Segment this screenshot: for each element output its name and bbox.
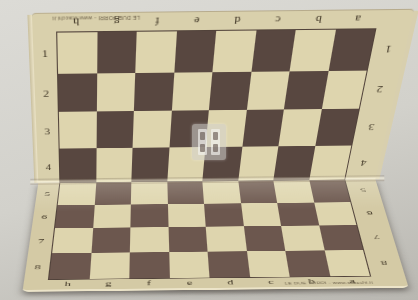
square-f1[interactable] [135,31,176,72]
square-g7[interactable] [91,227,130,252]
square-b7[interactable] [281,225,324,250]
square-d8[interactable] [208,251,250,278]
rank-label-8: 8 [380,259,388,266]
square-g6[interactable] [93,204,131,228]
square-c6[interactable] [241,203,282,227]
square-g1[interactable] [97,32,137,73]
rank-label-5: 5 [360,187,367,193]
square-g3[interactable] [96,111,134,148]
square-e5[interactable] [167,182,204,204]
file-label-h: h [56,13,97,31]
file-label-g: g [88,277,129,289]
square-a1[interactable] [328,29,375,70]
file-label-d: d [216,11,258,29]
square-c7[interactable] [243,226,285,251]
file-label-d: d [209,276,251,288]
rank-label-6: 6 [366,210,374,217]
square-d6[interactable] [204,203,243,227]
square-f3[interactable] [133,111,172,148]
two-towers-watermark [192,124,226,160]
rank-label-5: 5 [44,190,50,196]
rank-label-2: 2 [43,87,49,98]
square-f5[interactable] [131,182,168,204]
square-e2[interactable] [171,72,212,111]
square-a2[interactable] [321,70,366,109]
square-c8[interactable] [246,251,289,278]
board-grid-ranks-5-8 [48,180,371,280]
square-b8[interactable] [285,250,330,277]
square-e7[interactable] [168,227,208,252]
rank-label-3: 3 [368,122,376,132]
tower-icon [211,129,220,155]
rank-label-6: 6 [41,213,48,220]
square-d1[interactable] [212,31,256,72]
square-h2[interactable] [58,73,97,112]
square-g5[interactable] [94,182,131,204]
rank-label-4: 4 [45,161,51,171]
square-a8[interactable] [324,250,370,277]
rank-label-7: 7 [373,234,381,241]
file-label-b: b [296,11,339,29]
square-h1[interactable] [57,32,97,73]
square-c3[interactable] [242,109,284,146]
square-h5[interactable] [58,183,96,205]
square-a7[interactable] [319,225,363,250]
square-e1[interactable] [174,31,216,72]
square-d7[interactable] [206,226,247,251]
square-h7[interactable] [52,228,93,253]
square-f6[interactable] [130,204,168,228]
square-f2[interactable] [134,72,174,111]
square-h8[interactable] [49,253,91,280]
square-g8[interactable] [89,252,130,279]
file-label-e: e [176,12,218,30]
rank-labels-left-top: 1234 [33,32,60,184]
file-label-c: c [256,11,299,29]
file-label-g: g [96,13,137,31]
square-f7[interactable] [130,227,169,252]
rank-label-8: 8 [34,263,41,270]
rank-label-3: 3 [44,125,50,135]
board-lower-half: 5678 5678 hgfedcba LE DUE TORRI - www.sc… [22,179,408,292]
square-c1[interactable] [251,30,296,71]
rank-label-4: 4 [360,158,368,168]
square-a5[interactable] [309,180,350,202]
square-f8[interactable] [129,252,169,279]
rank-label-1: 1 [42,47,48,59]
square-c2[interactable] [246,71,289,110]
square-h6[interactable] [55,205,94,229]
square-a6[interactable] [314,202,357,226]
square-e8[interactable] [169,251,210,278]
square-h3[interactable] [59,111,97,148]
square-d5[interactable] [202,181,240,203]
photo-scene: LE DUE TORRI - www.scacchi.it hgfedcba 1… [0,0,418,300]
square-g2[interactable] [96,73,135,112]
square-b6[interactable] [277,202,319,226]
square-d2[interactable] [209,71,251,110]
tower-icon [198,129,207,155]
rank-label-7: 7 [38,237,45,244]
file-label-a: a [336,10,380,28]
rank-label-2: 2 [376,84,384,95]
file-label-f: f [129,277,170,289]
square-b5[interactable] [273,180,313,202]
square-e6[interactable] [167,203,205,227]
file-label-f: f [136,12,177,30]
board-grid-ranks-1-4 [56,28,376,183]
file-label-e: e [169,276,210,288]
rank-label-1: 1 [384,43,393,55]
square-a3[interactable] [315,109,359,146]
square-c5[interactable] [238,181,277,203]
file-label-h: h [47,278,89,290]
